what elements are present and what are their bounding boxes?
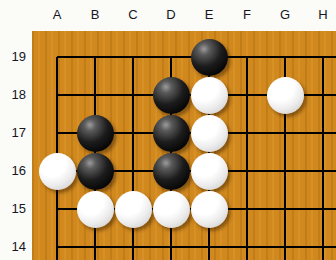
column-label-H: H <box>318 0 327 30</box>
row-label-17: 17 <box>0 123 26 143</box>
stone-black-D17[interactable] <box>153 115 190 152</box>
column-label-F: F <box>243 0 251 30</box>
stone-white-D15[interactable] <box>153 191 190 228</box>
row-label-18: 18 <box>0 85 26 105</box>
stone-black-B17[interactable] <box>77 115 114 152</box>
stone-white-E18[interactable] <box>191 77 228 114</box>
stone-white-E17[interactable] <box>191 115 228 152</box>
column-label-C: C <box>128 0 137 30</box>
stone-white-E15[interactable] <box>191 191 228 228</box>
stone-black-D18[interactable] <box>153 77 190 114</box>
stone-black-B16[interactable] <box>77 153 114 190</box>
stone-white-A16[interactable] <box>39 153 76 190</box>
column-label-G: G <box>280 0 290 30</box>
column-label-D: D <box>166 0 175 30</box>
row-label-16: 16 <box>0 161 26 181</box>
row-label-14: 14 <box>0 237 26 257</box>
go-board-app: ABCDEFGH 191817161514 <box>0 0 336 260</box>
stone-black-E19[interactable] <box>191 39 228 76</box>
stone-white-E16[interactable] <box>191 153 228 190</box>
row-label-15: 15 <box>0 199 26 219</box>
stones-layer <box>38 38 336 260</box>
column-label-B: B <box>91 0 100 30</box>
stone-black-D16[interactable] <box>153 153 190 190</box>
column-label-E: E <box>205 0 214 30</box>
row-label-19: 19 <box>0 47 26 67</box>
stone-white-B15[interactable] <box>77 191 114 228</box>
stone-white-G18[interactable] <box>267 77 304 114</box>
column-label-A: A <box>53 0 62 30</box>
stone-white-C15[interactable] <box>115 191 152 228</box>
